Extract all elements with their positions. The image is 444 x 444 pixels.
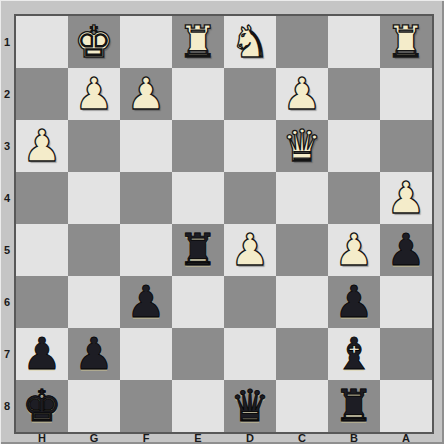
white-queen-piece: ♛ [276,120,328,172]
white-rook-piece: ♜ [380,16,432,68]
black-king-piece: ♚ [16,380,68,432]
square-e3[interactable] [172,120,224,172]
square-b3[interactable] [328,120,380,172]
square-a4[interactable]: ♟ [380,172,432,224]
square-f1[interactable] [120,16,172,68]
square-e7[interactable] [172,328,224,380]
square-h6[interactable] [16,276,68,328]
square-f8[interactable] [120,380,172,432]
rank-label-1: 1 [0,16,14,68]
square-f6[interactable]: ♟ [120,276,172,328]
square-b4[interactable] [328,172,380,224]
square-h5[interactable] [16,224,68,276]
black-rook-piece: ♜ [328,380,380,432]
chess-board: ♚♜♞♜♟♟♟♟♛♟♜♟♟♟♟♟♟♟♝♚♛♜ [14,14,434,434]
white-rook-piece: ♜ [172,16,224,68]
chess-board-frame: ♚♜♞♜♟♟♟♟♛♟♜♟♟♟♟♟♟♟♝♚♛♜ 12345678 HGFEDCBA [0,0,444,444]
square-e5[interactable]: ♜ [172,224,224,276]
square-f3[interactable] [120,120,172,172]
square-c8[interactable] [276,380,328,432]
square-f4[interactable] [120,172,172,224]
square-a7[interactable] [380,328,432,380]
rank-label-6: 6 [0,276,14,328]
square-g7[interactable]: ♟ [68,328,120,380]
square-a5[interactable]: ♟ [380,224,432,276]
square-d6[interactable] [224,276,276,328]
square-b2[interactable] [328,68,380,120]
square-e2[interactable] [172,68,224,120]
square-f7[interactable] [120,328,172,380]
white-pawn-piece: ♟ [276,68,328,120]
black-pawn-piece: ♟ [328,276,380,328]
square-c7[interactable] [276,328,328,380]
file-label-a: A [380,433,432,444]
white-pawn-piece: ♟ [224,224,276,276]
square-a8[interactable] [380,380,432,432]
rank-label-5: 5 [0,224,14,276]
white-king-piece: ♚ [68,16,120,68]
square-d4[interactable] [224,172,276,224]
rank-label-3: 3 [0,120,14,172]
square-a3[interactable] [380,120,432,172]
square-h2[interactable] [16,68,68,120]
rank-label-2: 2 [0,68,14,120]
white-pawn-piece: ♟ [380,172,432,224]
file-label-e: E [172,433,224,444]
square-g6[interactable] [68,276,120,328]
square-d8[interactable]: ♛ [224,380,276,432]
file-label-d: D [224,433,276,444]
square-d5[interactable]: ♟ [224,224,276,276]
square-h3[interactable]: ♟ [16,120,68,172]
square-e4[interactable] [172,172,224,224]
square-h8[interactable]: ♚ [16,380,68,432]
square-e1[interactable]: ♜ [172,16,224,68]
file-label-c: C [276,433,328,444]
square-e8[interactable] [172,380,224,432]
square-g4[interactable] [68,172,120,224]
white-pawn-piece: ♟ [16,120,68,172]
black-pawn-piece: ♟ [120,276,172,328]
black-pawn-piece: ♟ [16,328,68,380]
file-label-h: H [16,433,68,444]
square-b8[interactable]: ♜ [328,380,380,432]
square-h7[interactable]: ♟ [16,328,68,380]
square-g2[interactable]: ♟ [68,68,120,120]
white-pawn-piece: ♟ [120,68,172,120]
black-rook-piece: ♜ [172,224,224,276]
square-c4[interactable] [276,172,328,224]
white-pawn-piece: ♟ [68,68,120,120]
square-b6[interactable]: ♟ [328,276,380,328]
square-a1[interactable]: ♜ [380,16,432,68]
file-label-b: B [328,433,380,444]
square-g3[interactable] [68,120,120,172]
square-c2[interactable]: ♟ [276,68,328,120]
black-pawn-piece: ♟ [68,328,120,380]
square-c6[interactable] [276,276,328,328]
square-b1[interactable] [328,16,380,68]
file-label-g: G [68,433,120,444]
square-c5[interactable] [276,224,328,276]
rank-label-7: 7 [0,328,14,380]
square-d1[interactable]: ♞ [224,16,276,68]
square-d2[interactable] [224,68,276,120]
square-d3[interactable] [224,120,276,172]
white-knight-piece: ♞ [224,16,276,68]
square-g5[interactable] [68,224,120,276]
black-queen-piece: ♛ [224,380,276,432]
square-b5[interactable]: ♟ [328,224,380,276]
square-h4[interactable] [16,172,68,224]
square-a2[interactable] [380,68,432,120]
square-g1[interactable]: ♚ [68,16,120,68]
white-pawn-piece: ♟ [328,224,380,276]
square-c1[interactable] [276,16,328,68]
square-f2[interactable]: ♟ [120,68,172,120]
square-e6[interactable] [172,276,224,328]
rank-label-8: 8 [0,380,14,432]
square-b7[interactable]: ♝ [328,328,380,380]
square-a6[interactable] [380,276,432,328]
black-pawn-piece: ♟ [380,224,432,276]
square-g8[interactable] [68,380,120,432]
square-h1[interactable] [16,16,68,68]
black-bishop-piece: ♝ [328,328,380,380]
square-f5[interactable] [120,224,172,276]
file-label-f: F [120,433,172,444]
square-d7[interactable] [224,328,276,380]
square-c3[interactable]: ♛ [276,120,328,172]
rank-label-4: 4 [0,172,14,224]
